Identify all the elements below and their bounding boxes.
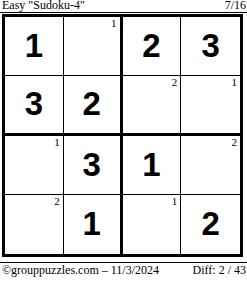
given-digit: 3 <box>64 136 120 194</box>
grid-cell[interactable]: 1 <box>64 195 123 254</box>
corner-mark: 1 <box>54 136 60 149</box>
grid-cell[interactable]: 2 <box>181 136 240 195</box>
corner-mark: 2 <box>54 195 60 208</box>
corner-mark: 2 <box>232 136 238 149</box>
grid-cell[interactable]: 1 <box>181 76 240 135</box>
grid-cell[interactable]: 1 <box>123 195 182 254</box>
given-digit: 2 <box>181 195 240 254</box>
given-digit: 2 <box>64 76 120 132</box>
difficulty-text: Diff: 2 / 43 <box>193 264 246 277</box>
grid-cell[interactable]: 2 <box>64 76 123 135</box>
grid-cell[interactable]: 1 <box>64 17 123 76</box>
grid-cell[interactable]: 1 <box>5 136 64 195</box>
grid-cell[interactable]: 2 <box>181 195 240 254</box>
given-digit: 1 <box>123 136 181 194</box>
corner-mark: 1 <box>232 76 238 89</box>
footer: ©grouppuzzles.com – 11/3/2024 Diff: 2 / … <box>2 264 246 277</box>
given-digit: 2 <box>123 17 181 75</box>
grid-cell[interactable]: 3 <box>5 76 64 135</box>
puzzle-page: Easy "Sudoku-4" 7/16 1123322113122112 ©g… <box>0 0 247 282</box>
given-digit: 1 <box>64 195 120 254</box>
puzzle-title: Easy "Sudoku-4" <box>2 0 85 12</box>
page-number: 7/16 <box>225 0 246 12</box>
copyright-text: ©grouppuzzles.com – 11/3/2024 <box>2 264 159 277</box>
corner-mark: 2 <box>172 76 178 89</box>
grid-cell[interactable]: 2 <box>123 76 182 135</box>
board: 1123322113122112 <box>2 14 243 257</box>
grid-cell[interactable]: 2 <box>123 17 182 76</box>
grid-cell[interactable]: 2 <box>5 195 64 254</box>
corner-mark: 1 <box>111 17 117 30</box>
given-digit: 1 <box>5 17 63 75</box>
given-digit: 3 <box>181 17 240 75</box>
header: Easy "Sudoku-4" 7/16 <box>2 0 246 12</box>
grid-cell[interactable]: 1 <box>5 17 64 76</box>
grid-cell[interactable]: 1 <box>123 136 182 195</box>
grid-cell[interactable]: 3 <box>181 17 240 76</box>
corner-mark: 1 <box>172 195 178 208</box>
header-rule <box>0 12 247 13</box>
given-digit: 3 <box>5 76 63 132</box>
grid-cell[interactable]: 3 <box>64 136 123 195</box>
